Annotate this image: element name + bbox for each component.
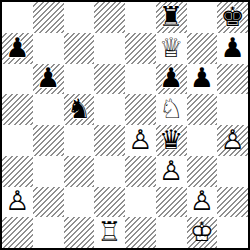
square-f6[interactable]: ♟	[156, 64, 187, 95]
square-d3[interactable]	[94, 156, 125, 187]
knight-icon: ♘	[159, 95, 183, 122]
rook-icon: ♖	[98, 218, 122, 245]
square-c5[interactable]: ♞	[64, 94, 95, 125]
square-g8[interactable]	[187, 2, 218, 33]
square-c7[interactable]	[64, 33, 95, 64]
square-c3[interactable]	[64, 156, 95, 187]
square-a6[interactable]	[2, 64, 33, 95]
square-c2[interactable]	[64, 187, 95, 218]
square-f8[interactable]: ♜	[156, 2, 187, 33]
square-e1[interactable]	[125, 217, 156, 248]
square-d2[interactable]	[94, 187, 125, 218]
square-g2[interactable]: ♟♙	[187, 187, 218, 218]
rook-icon: ♜	[159, 3, 183, 30]
square-a3[interactable]	[2, 156, 33, 187]
square-f4[interactable]: ♛	[156, 125, 187, 156]
square-a2[interactable]: ♟♙	[2, 187, 33, 218]
pawn-icon: ♙	[128, 126, 152, 153]
square-d5[interactable]	[94, 94, 125, 125]
chess-board: ♜♚♟♛♕♟♟♟♟♞♞♘♟♙♛♟♙♟♙♟♙♟♙♜♖♚♔	[0, 0, 250, 250]
queen-icon: ♕	[159, 34, 183, 61]
white-pawn: ♟♙	[187, 187, 218, 218]
square-g3[interactable]	[187, 156, 218, 187]
square-f7[interactable]: ♛♕	[156, 33, 187, 64]
square-h8[interactable]: ♚	[217, 2, 248, 33]
square-h5[interactable]	[217, 94, 248, 125]
square-b3[interactable]	[33, 156, 64, 187]
black-pawn: ♟	[187, 64, 218, 95]
square-h4[interactable]: ♟♙	[217, 125, 248, 156]
pawn-icon: ♙	[5, 187, 29, 214]
white-king: ♚♔	[187, 217, 218, 248]
square-d4[interactable]	[94, 125, 125, 156]
knight-icon: ♞	[67, 95, 91, 122]
white-knight: ♞♘	[156, 94, 187, 125]
square-h6[interactable]	[217, 64, 248, 95]
square-d8[interactable]	[94, 2, 125, 33]
square-f5[interactable]: ♞♘	[156, 94, 187, 125]
pawn-icon: ♟	[190, 64, 214, 91]
square-c4[interactable]	[64, 125, 95, 156]
white-rook: ♜♖	[94, 217, 125, 248]
square-d6[interactable]	[94, 64, 125, 95]
square-b6[interactable]: ♟	[33, 64, 64, 95]
square-e4[interactable]: ♟♙	[125, 125, 156, 156]
square-a8[interactable]	[2, 2, 33, 33]
square-h7[interactable]: ♟	[217, 33, 248, 64]
square-b5[interactable]	[33, 94, 64, 125]
square-g1[interactable]: ♚♔	[187, 217, 218, 248]
square-f2[interactable]	[156, 187, 187, 218]
black-pawn: ♟	[217, 33, 248, 64]
square-h2[interactable]	[217, 187, 248, 218]
square-c1[interactable]	[64, 217, 95, 248]
pawn-icon: ♙	[221, 126, 245, 153]
square-h1[interactable]	[217, 217, 248, 248]
black-knight: ♞	[64, 94, 95, 125]
pawn-icon: ♙	[190, 187, 214, 214]
white-pawn: ♟♙	[2, 187, 33, 218]
square-e8[interactable]	[125, 2, 156, 33]
black-pawn: ♟	[156, 64, 187, 95]
pawn-icon: ♟	[5, 34, 29, 61]
white-queen: ♛♕	[156, 33, 187, 64]
white-pawn: ♟♙	[156, 156, 187, 187]
pawn-icon: ♙	[159, 157, 183, 184]
white-pawn: ♟♙	[217, 125, 248, 156]
square-e6[interactable]	[125, 64, 156, 95]
pawn-icon: ♟	[159, 64, 183, 91]
square-c6[interactable]	[64, 64, 95, 95]
king-icon: ♚	[221, 3, 245, 30]
square-g4[interactable]	[187, 125, 218, 156]
square-g7[interactable]	[187, 33, 218, 64]
square-a4[interactable]	[2, 125, 33, 156]
black-king: ♚	[217, 2, 248, 33]
black-pawn: ♟	[33, 64, 64, 95]
king-icon: ♔	[190, 218, 214, 245]
square-d1[interactable]: ♜♖	[94, 217, 125, 248]
black-rook: ♜	[156, 2, 187, 33]
square-b8[interactable]	[33, 2, 64, 33]
square-e2[interactable]	[125, 187, 156, 218]
square-g5[interactable]	[187, 94, 218, 125]
queen-icon: ♛	[159, 126, 183, 153]
square-a7[interactable]: ♟	[2, 33, 33, 64]
square-e5[interactable]	[125, 94, 156, 125]
square-a1[interactable]	[2, 217, 33, 248]
square-e7[interactable]	[125, 33, 156, 64]
square-f3[interactable]: ♟♙	[156, 156, 187, 187]
square-f1[interactable]	[156, 217, 187, 248]
pawn-icon: ♟	[36, 64, 60, 91]
pawn-icon: ♟	[221, 34, 245, 61]
square-b2[interactable]	[33, 187, 64, 218]
black-queen: ♛	[156, 125, 187, 156]
square-b4[interactable]	[33, 125, 64, 156]
square-c8[interactable]	[64, 2, 95, 33]
square-h3[interactable]	[217, 156, 248, 187]
square-e3[interactable]	[125, 156, 156, 187]
square-g6[interactable]: ♟	[187, 64, 218, 95]
square-d7[interactable]	[94, 33, 125, 64]
square-a5[interactable]	[2, 94, 33, 125]
black-pawn: ♟	[2, 33, 33, 64]
white-pawn: ♟♙	[125, 125, 156, 156]
square-b1[interactable]	[33, 217, 64, 248]
square-b7[interactable]	[33, 33, 64, 64]
